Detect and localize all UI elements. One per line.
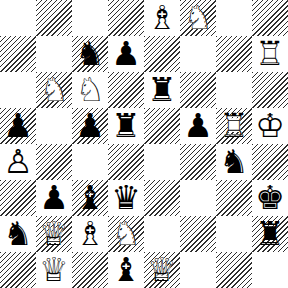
square-g8[interactable]	[216, 0, 252, 36]
white-king-icon: ♔	[252, 108, 288, 144]
black-rook[interactable]: ♜	[108, 108, 144, 144]
square-d2[interactable]: ♞♘	[108, 216, 144, 252]
white-knight[interactable]: ♞♘	[108, 216, 144, 252]
black-queen[interactable]: ♛	[108, 180, 144, 216]
square-g3[interactable]	[216, 180, 252, 216]
square-g7[interactable]	[216, 36, 252, 72]
square-b7[interactable]	[36, 36, 72, 72]
square-f6[interactable]	[180, 72, 216, 108]
square-a1[interactable]	[0, 252, 36, 288]
square-f3[interactable]	[180, 180, 216, 216]
square-h5[interactable]: ♚♔	[252, 108, 288, 144]
black-pawn-icon: ♟	[108, 36, 144, 72]
square-h1[interactable]	[252, 252, 288, 288]
white-knight[interactable]: ♞♘	[72, 72, 108, 108]
square-e7[interactable]	[144, 36, 180, 72]
white-knight-icon: ♘	[108, 216, 144, 252]
white-queen[interactable]: ♛♕	[36, 252, 72, 288]
square-b5[interactable]	[36, 108, 72, 144]
square-f2[interactable]	[180, 216, 216, 252]
black-rook[interactable]: ♜	[144, 72, 180, 108]
white-bishop[interactable]: ♝♗	[144, 0, 180, 36]
white-pawn-icon: ♙	[0, 144, 36, 180]
square-c8[interactable]	[72, 0, 108, 36]
black-knight-icon: ♞	[216, 144, 252, 180]
black-pawn-icon: ♟	[72, 108, 108, 144]
square-d3[interactable]: ♛	[108, 180, 144, 216]
square-b2[interactable]: ♛♕	[36, 216, 72, 252]
black-rook-icon: ♜	[252, 216, 288, 252]
black-rook-icon: ♜	[144, 72, 180, 108]
square-d5[interactable]: ♜	[108, 108, 144, 144]
square-e5[interactable]	[144, 108, 180, 144]
square-e2[interactable]	[144, 216, 180, 252]
square-g6[interactable]	[216, 72, 252, 108]
white-king[interactable]: ♚♔	[252, 108, 288, 144]
square-h8[interactable]	[252, 0, 288, 36]
square-e3[interactable]	[144, 180, 180, 216]
square-f5[interactable]: ♟	[180, 108, 216, 144]
square-c6[interactable]: ♞♘	[72, 72, 108, 108]
square-d7[interactable]: ♟	[108, 36, 144, 72]
white-rook[interactable]: ♜♖	[252, 36, 288, 72]
white-knight-icon: ♘	[180, 0, 216, 36]
black-bishop[interactable]: ♝	[108, 252, 144, 288]
white-queen-icon: ♕	[144, 252, 180, 288]
square-b4[interactable]	[36, 144, 72, 180]
black-knight-icon: ♞	[0, 216, 36, 252]
black-pawn[interactable]: ♟	[0, 108, 36, 144]
black-pawn[interactable]: ♟	[180, 108, 216, 144]
black-bishop-icon: ♝	[108, 252, 144, 288]
white-bishop-icon: ♗	[144, 0, 180, 36]
black-king-icon: ♚	[252, 180, 288, 216]
square-e1[interactable]: ♛♕	[144, 252, 180, 288]
square-e4[interactable]	[144, 144, 180, 180]
black-rook[interactable]: ♜	[252, 216, 288, 252]
black-king[interactable]: ♚	[252, 180, 288, 216]
square-f8[interactable]: ♞♘	[180, 0, 216, 36]
square-a3[interactable]	[0, 180, 36, 216]
square-a2[interactable]: ♞	[0, 216, 36, 252]
square-f1[interactable]	[180, 252, 216, 288]
white-rook-icon: ♖	[216, 108, 252, 144]
square-d8[interactable]	[108, 0, 144, 36]
square-g2[interactable]	[216, 216, 252, 252]
square-g4[interactable]: ♞	[216, 144, 252, 180]
square-g5[interactable]: ♜♖	[216, 108, 252, 144]
square-g1[interactable]	[216, 252, 252, 288]
square-b8[interactable]	[36, 0, 72, 36]
square-c4[interactable]	[72, 144, 108, 180]
square-h6[interactable]	[252, 72, 288, 108]
square-b6[interactable]: ♞♘	[36, 72, 72, 108]
square-c1[interactable]	[72, 252, 108, 288]
square-c2[interactable]: ♝♗	[72, 216, 108, 252]
square-a5[interactable]: ♟	[0, 108, 36, 144]
white-knight-icon: ♘	[72, 72, 108, 108]
black-pawn-icon: ♟	[36, 180, 72, 216]
black-pawn[interactable]: ♟	[72, 108, 108, 144]
black-bishop[interactable]: ♝	[72, 180, 108, 216]
white-rook-icon: ♖	[252, 36, 288, 72]
square-h7[interactable]: ♜♖	[252, 36, 288, 72]
white-bishop-icon: ♗	[72, 216, 108, 252]
square-h3[interactable]: ♚	[252, 180, 288, 216]
black-pawn-icon: ♟	[180, 108, 216, 144]
white-rook[interactable]: ♜♖	[216, 108, 252, 144]
square-h4[interactable]	[252, 144, 288, 180]
square-f4[interactable]	[180, 144, 216, 180]
square-c3[interactable]: ♝	[72, 180, 108, 216]
black-knight[interactable]: ♞	[0, 216, 36, 252]
square-d1[interactable]: ♝	[108, 252, 144, 288]
white-bishop[interactable]: ♝♗	[72, 216, 108, 252]
square-e6[interactable]: ♜	[144, 72, 180, 108]
square-b3[interactable]: ♟	[36, 180, 72, 216]
white-queen-icon: ♕	[36, 252, 72, 288]
square-a4[interactable]: ♟♙	[0, 144, 36, 180]
black-pawn-icon: ♟	[0, 108, 36, 144]
white-queen-icon: ♕	[36, 216, 72, 252]
white-knight[interactable]: ♞♘	[180, 0, 216, 36]
square-a6[interactable]	[0, 72, 36, 108]
black-knight-icon: ♞	[72, 36, 108, 72]
square-c7[interactable]: ♞	[72, 36, 108, 72]
chessboard: ♝♗♞♘♞♟♜♖♞♘♞♘♜♟♟♜♟♜♖♚♔♟♙♞♟♝♛♚♞♛♕♝♗♞♘♜♛♕♝♛…	[0, 0, 288, 288]
square-f7[interactable]	[180, 36, 216, 72]
white-queen[interactable]: ♛♕	[36, 216, 72, 252]
black-pawn[interactable]: ♟	[36, 180, 72, 216]
square-h2[interactable]: ♜	[252, 216, 288, 252]
white-queen[interactable]: ♛♕	[144, 252, 180, 288]
square-a8[interactable]	[0, 0, 36, 36]
black-knight[interactable]: ♞	[216, 144, 252, 180]
square-b1[interactable]: ♛♕	[36, 252, 72, 288]
white-knight-icon: ♘	[36, 72, 72, 108]
black-pawn[interactable]: ♟	[108, 36, 144, 72]
square-e8[interactable]: ♝♗	[144, 0, 180, 36]
black-bishop-icon: ♝	[72, 180, 108, 216]
square-d6[interactable]	[108, 72, 144, 108]
white-knight[interactable]: ♞♘	[36, 72, 72, 108]
white-pawn[interactable]: ♟♙	[0, 144, 36, 180]
square-c5[interactable]: ♟	[72, 108, 108, 144]
black-knight[interactable]: ♞	[72, 36, 108, 72]
square-a7[interactable]	[0, 36, 36, 72]
black-queen-icon: ♛	[108, 180, 144, 216]
black-rook-icon: ♜	[108, 108, 144, 144]
square-d4[interactable]	[108, 144, 144, 180]
